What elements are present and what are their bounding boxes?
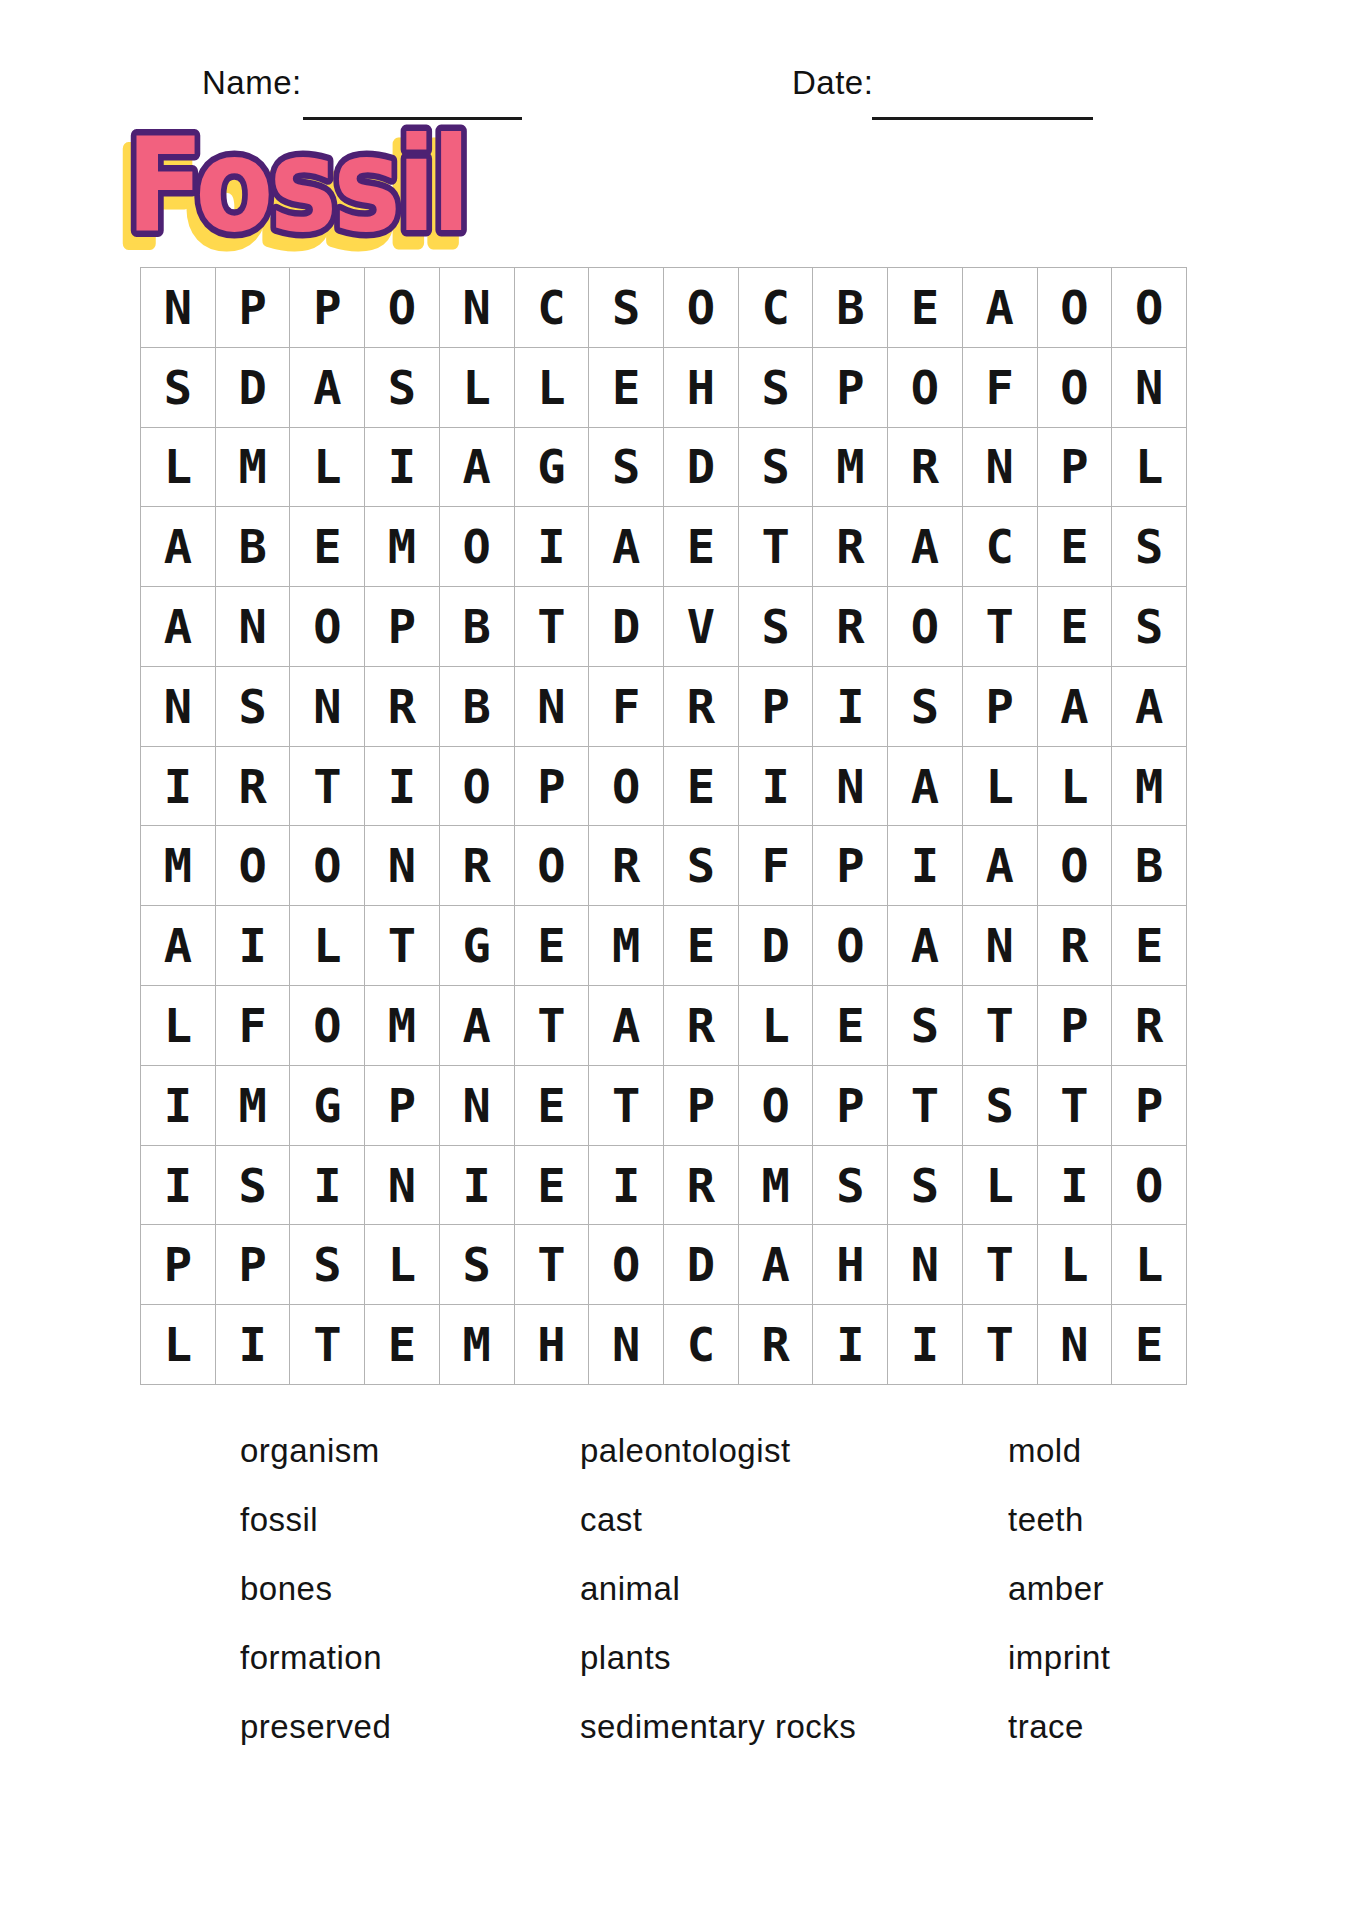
grid-cell-r6c14[interactable]: A <box>1112 667 1186 746</box>
grid-cell-r10c8[interactable]: R <box>664 986 738 1065</box>
word-item: sedimentary rocks <box>580 1692 856 1761</box>
grid-cell-r9c11[interactable]: A <box>888 906 962 985</box>
grid-cell-r7c14[interactable]: M <box>1112 747 1186 826</box>
grid-cell-r13c1[interactable]: P <box>141 1225 215 1304</box>
word-item: imprint <box>1008 1623 1111 1692</box>
grid-cell-r8c6[interactable]: O <box>515 826 589 905</box>
grid-cell-r8c2[interactable]: O <box>216 826 290 905</box>
grid-cell-r1c14[interactable]: O <box>1112 268 1186 347</box>
grid-cell-r2c2[interactable]: D <box>216 348 290 427</box>
grid-cell-r14c13[interactable]: N <box>1038 1305 1112 1384</box>
grid-cell-r10c9[interactable]: L <box>739 986 813 1065</box>
grid-cell-r3c10[interactable]: M <box>813 428 887 507</box>
grid-cell-r11c2[interactable]: M <box>216 1066 290 1145</box>
word-item: mold <box>1008 1416 1111 1485</box>
grid-cell-r12c4[interactable]: N <box>365 1146 439 1225</box>
grid-cell-r12c1[interactable]: I <box>141 1146 215 1225</box>
grid-cell-r7c4[interactable]: I <box>365 747 439 826</box>
word-item: organism <box>240 1416 391 1485</box>
grid-cell-r5c11[interactable]: O <box>888 587 962 666</box>
grid-cell-r9c6[interactable]: E <box>515 906 589 985</box>
grid-cell-r9c12[interactable]: N <box>963 906 1037 985</box>
grid-cell-r2c12[interactable]: F <box>963 348 1037 427</box>
grid-cell-r12c2[interactable]: S <box>216 1146 290 1225</box>
grid-cell-r6c7[interactable]: F <box>589 667 663 746</box>
grid-cell-r5c9[interactable]: S <box>739 587 813 666</box>
grid-cell-r5c7[interactable]: D <box>589 587 663 666</box>
grid-cell-r2c1[interactable]: S <box>141 348 215 427</box>
grid-cell-r7c10[interactable]: N <box>813 747 887 826</box>
grid-cell-r1c1[interactable]: N <box>141 268 215 347</box>
title-text: Fossil <box>126 118 466 261</box>
grid-cell-r6c9[interactable]: P <box>739 667 813 746</box>
grid-cell-r1c8[interactable]: O <box>664 268 738 347</box>
grid-cell-r12c11[interactable]: S <box>888 1146 962 1225</box>
grid-cell-r8c7[interactable]: R <box>589 826 663 905</box>
grid-cell-r2c3[interactable]: A <box>290 348 364 427</box>
grid-cell-r10c10[interactable]: E <box>813 986 887 1065</box>
word-item: paleontologist <box>580 1416 856 1485</box>
name-label: Name: <box>202 64 302 102</box>
word-list-column: organismfossilbonesformationpreserved <box>240 1416 391 1761</box>
grid-cell-r10c11[interactable]: S <box>888 986 962 1065</box>
grid-cell-r9c3[interactable]: L <box>290 906 364 985</box>
grid-cell-r13c2[interactable]: P <box>216 1225 290 1304</box>
grid-cell-r3c14[interactable]: L <box>1112 428 1186 507</box>
grid-cell-r14c12[interactable]: T <box>963 1305 1037 1384</box>
grid-cell-r1c11[interactable]: E <box>888 268 962 347</box>
grid-cell-r14c5[interactable]: M <box>440 1305 514 1384</box>
grid-cell-r12c10[interactable]: S <box>813 1146 887 1225</box>
grid-cell-r2c7[interactable]: E <box>589 348 663 427</box>
grid-cell-r3c4[interactable]: I <box>365 428 439 507</box>
grid-cell-r10c12[interactable]: T <box>963 986 1037 1065</box>
grid-cell-r3c9[interactable]: S <box>739 428 813 507</box>
grid-cell-r11c1[interactable]: I <box>141 1066 215 1145</box>
word-item: fossil <box>240 1485 391 1554</box>
grid-cell-r4c2[interactable]: B <box>216 507 290 586</box>
date-blank-line[interactable] <box>872 117 1093 120</box>
grid-cell-r3c3[interactable]: L <box>290 428 364 507</box>
grid-cell-r6c4[interactable]: R <box>365 667 439 746</box>
grid-cell-r12c14[interactable]: O <box>1112 1146 1186 1225</box>
grid-cell-r1c6[interactable]: C <box>515 268 589 347</box>
word-list-column: moldteethamberimprinttrace <box>1008 1416 1111 1761</box>
grid-cell-r13c5[interactable]: S <box>440 1225 514 1304</box>
grid-cell-r7c11[interactable]: A <box>888 747 962 826</box>
grid-cell-r14c8[interactable]: C <box>664 1305 738 1384</box>
grid-cell-r7c12[interactable]: L <box>963 747 1037 826</box>
grid-cell-r13c9[interactable]: A <box>739 1225 813 1304</box>
grid-cell-r7c7[interactable]: O <box>589 747 663 826</box>
grid-cell-r14c10[interactable]: I <box>813 1305 887 1384</box>
grid-cell-r4c12[interactable]: C <box>963 507 1037 586</box>
word-item: bones <box>240 1554 391 1623</box>
grid-cell-r5c3[interactable]: O <box>290 587 364 666</box>
word-item: preserved <box>240 1692 391 1761</box>
grid-cell-r7c3[interactable]: T <box>290 747 364 826</box>
grid-cell-r6c8[interactable]: R <box>664 667 738 746</box>
grid-cell-r12c3[interactable]: I <box>290 1146 364 1225</box>
grid-cell-r12c13[interactable]: I <box>1038 1146 1112 1225</box>
grid-cell-r6c11[interactable]: S <box>888 667 962 746</box>
grid-cell-r4c10[interactable]: R <box>813 507 887 586</box>
page-title: Fossil Fossil <box>110 118 510 283</box>
grid-cell-r8c12[interactable]: A <box>963 826 1037 905</box>
grid-cell-r6c13[interactable]: A <box>1038 667 1112 746</box>
grid-cell-r3c2[interactable]: M <box>216 428 290 507</box>
grid-cell-r10c7[interactable]: A <box>589 986 663 1065</box>
grid-cell-r5c4[interactable]: P <box>365 587 439 666</box>
grid-cell-r2c9[interactable]: S <box>739 348 813 427</box>
grid-cell-r3c7[interactable]: S <box>589 428 663 507</box>
grid-cell-r11c8[interactable]: P <box>664 1066 738 1145</box>
grid-cell-r2c13[interactable]: O <box>1038 348 1112 427</box>
grid-cell-r6c12[interactable]: P <box>963 667 1037 746</box>
grid-cell-r12c7[interactable]: I <box>589 1146 663 1225</box>
grid-cell-r5c1[interactable]: A <box>141 587 215 666</box>
grid-cell-r3c5[interactable]: A <box>440 428 514 507</box>
grid-cell-r12c12[interactable]: L <box>963 1146 1037 1225</box>
word-item: plants <box>580 1623 856 1692</box>
grid-cell-r8c8[interactable]: S <box>664 826 738 905</box>
grid-cell-r7c5[interactable]: O <box>440 747 514 826</box>
grid-cell-r1c13[interactable]: O <box>1038 268 1112 347</box>
grid-cell-r8c10[interactable]: P <box>813 826 887 905</box>
grid-cell-r7c2[interactable]: R <box>216 747 290 826</box>
grid-cell-r13c10[interactable]: H <box>813 1225 887 1304</box>
grid-cell-r2c6[interactable]: L <box>515 348 589 427</box>
grid-cell-r6c6[interactable]: N <box>515 667 589 746</box>
grid-cell-r11c7[interactable]: T <box>589 1066 663 1145</box>
grid-cell-r13c4[interactable]: L <box>365 1225 439 1304</box>
grid-cell-r13c14[interactable]: L <box>1112 1225 1186 1304</box>
grid-cell-r6c5[interactable]: B <box>440 667 514 746</box>
grid-cell-r2c10[interactable]: P <box>813 348 887 427</box>
word-item: formation <box>240 1623 391 1692</box>
grid-cell-r2c5[interactable]: L <box>440 348 514 427</box>
grid-cell-r5c12[interactable]: T <box>963 587 1037 666</box>
word-item: amber <box>1008 1554 1111 1623</box>
grid-cell-r3c13[interactable]: P <box>1038 428 1112 507</box>
grid-cell-r9c13[interactable]: R <box>1038 906 1112 985</box>
grid-cell-r13c3[interactable]: S <box>290 1225 364 1304</box>
grid-cell-r4c7[interactable]: A <box>589 507 663 586</box>
grid-cell-r1c2[interactable]: P <box>216 268 290 347</box>
grid-cell-r11c9[interactable]: O <box>739 1066 813 1145</box>
grid-cell-r8c11[interactable]: I <box>888 826 962 905</box>
grid-cell-r8c13[interactable]: O <box>1038 826 1112 905</box>
grid-cell-r4c4[interactable]: M <box>365 507 439 586</box>
grid-cell-r14c9[interactable]: R <box>739 1305 813 1384</box>
grid-cell-r1c10[interactable]: B <box>813 268 887 347</box>
grid-cell-r1c12[interactable]: A <box>963 268 1037 347</box>
grid-cell-r9c10[interactable]: O <box>813 906 887 985</box>
word-list-column: paleontologistcastanimalplantssedimentar… <box>580 1416 856 1761</box>
grid-cell-r1c4[interactable]: O <box>365 268 439 347</box>
grid-cell-r10c1[interactable]: L <box>141 986 215 1065</box>
grid-cell-r6c10[interactable]: I <box>813 667 887 746</box>
grid-cell-r5c5[interactable]: B <box>440 587 514 666</box>
grid-cell-r11c6[interactable]: E <box>515 1066 589 1145</box>
grid-cell-r2c4[interactable]: S <box>365 348 439 427</box>
grid-cell-r1c9[interactable]: C <box>739 268 813 347</box>
grid-cell-r13c7[interactable]: O <box>589 1225 663 1304</box>
word-item: teeth <box>1008 1485 1111 1554</box>
grid-cell-r5c14[interactable]: S <box>1112 587 1186 666</box>
grid-cell-r8c14[interactable]: B <box>1112 826 1186 905</box>
grid-cell-r6c1[interactable]: N <box>141 667 215 746</box>
grid-cell-r11c3[interactable]: G <box>290 1066 364 1145</box>
grid-cell-r1c5[interactable]: N <box>440 268 514 347</box>
grid-cell-r2c11[interactable]: O <box>888 348 962 427</box>
grid-cell-r7c8[interactable]: E <box>664 747 738 826</box>
grid-cell-r13c8[interactable]: D <box>664 1225 738 1304</box>
word-item: animal <box>580 1554 856 1623</box>
grid-cell-r13c6[interactable]: T <box>515 1225 589 1304</box>
grid-cell-r14c7[interactable]: N <box>589 1305 663 1384</box>
grid-cell-r8c3[interactable]: O <box>290 826 364 905</box>
grid-cell-r4c3[interactable]: E <box>290 507 364 586</box>
grid-cell-r3c12[interactable]: N <box>963 428 1037 507</box>
grid-cell-r4c5[interactable]: O <box>440 507 514 586</box>
grid-cell-r10c14[interactable]: R <box>1112 986 1186 1065</box>
grid-cell-r7c13[interactable]: L <box>1038 747 1112 826</box>
worksheet-page: { "game": "word-search", "title": "Fossi… <box>0 0 1358 1920</box>
grid-cell-r4c6[interactable]: I <box>515 507 589 586</box>
grid-cell-r2c14[interactable]: N <box>1112 348 1186 427</box>
grid-cell-r3c1[interactable]: L <box>141 428 215 507</box>
grid-cell-r5c13[interactable]: E <box>1038 587 1112 666</box>
grid-cell-r10c4[interactable]: M <box>365 986 439 1065</box>
grid-cell-r14c11[interactable]: I <box>888 1305 962 1384</box>
grid-cell-r4c13[interactable]: E <box>1038 507 1112 586</box>
grid-cell-r8c4[interactable]: N <box>365 826 439 905</box>
grid-cell-r14c4[interactable]: E <box>365 1305 439 1384</box>
grid-cell-r8c1[interactable]: M <box>141 826 215 905</box>
grid-cell-r12c8[interactable]: R <box>664 1146 738 1225</box>
grid-cell-r8c5[interactable]: R <box>440 826 514 905</box>
grid-cell-r9c2[interactable]: I <box>216 906 290 985</box>
grid-cell-r12c5[interactable]: I <box>440 1146 514 1225</box>
grid-cell-r10c6[interactable]: T <box>515 986 589 1065</box>
grid-cell-r13c11[interactable]: N <box>888 1225 962 1304</box>
grid-cell-r11c10[interactable]: P <box>813 1066 887 1145</box>
grid-cell-r14c1[interactable]: L <box>141 1305 215 1384</box>
grid-cell-r7c9[interactable]: I <box>739 747 813 826</box>
grid-cell-r12c9[interactable]: M <box>739 1146 813 1225</box>
grid-cell-r11c4[interactable]: P <box>365 1066 439 1145</box>
grid-cell-r8c9[interactable]: F <box>739 826 813 905</box>
grid-cell-r9c1[interactable]: A <box>141 906 215 985</box>
word-search-grid: NPPONCSOCBEAOOSDASLLEHSPOFONLMLIAGSDSMRN… <box>140 267 1187 1385</box>
grid-cell-r14c2[interactable]: I <box>216 1305 290 1384</box>
grid-cell-r14c3[interactable]: T <box>290 1305 364 1384</box>
grid-cell-r13c12[interactable]: T <box>963 1225 1037 1304</box>
grid-cell-r10c13[interactable]: P <box>1038 986 1112 1065</box>
grid-cell-r10c3[interactable]: O <box>290 986 364 1065</box>
grid-cell-r6c3[interactable]: N <box>290 667 364 746</box>
grid-cell-r12c6[interactable]: E <box>515 1146 589 1225</box>
grid-cell-r4c9[interactable]: T <box>739 507 813 586</box>
grid-cell-r11c12[interactable]: S <box>963 1066 1037 1145</box>
grid-cell-r4c8[interactable]: E <box>664 507 738 586</box>
grid-cell-r4c14[interactable]: S <box>1112 507 1186 586</box>
grid-cell-r11c11[interactable]: T <box>888 1066 962 1145</box>
grid-cell-r11c13[interactable]: T <box>1038 1066 1112 1145</box>
grid-cell-r4c1[interactable]: A <box>141 507 215 586</box>
grid-cell-r5c10[interactable]: R <box>813 587 887 666</box>
grid-cell-r9c4[interactable]: T <box>365 906 439 985</box>
grid-cell-r9c8[interactable]: E <box>664 906 738 985</box>
grid-cell-r7c1[interactable]: I <box>141 747 215 826</box>
grid-cell-r5c2[interactable]: N <box>216 587 290 666</box>
grid-cell-r11c5[interactable]: N <box>440 1066 514 1145</box>
grid-cell-r1c3[interactable]: P <box>290 268 364 347</box>
grid-cell-r4c11[interactable]: A <box>888 507 962 586</box>
grid-cell-r9c9[interactable]: D <box>739 906 813 985</box>
grid-cell-r5c8[interactable]: V <box>664 587 738 666</box>
grid-cell-r14c6[interactable]: H <box>515 1305 589 1384</box>
grid-cell-r5c6[interactable]: T <box>515 587 589 666</box>
grid-cell-r6c2[interactable]: S <box>216 667 290 746</box>
word-item: cast <box>580 1485 856 1554</box>
grid-cell-r11c14[interactable]: P <box>1112 1066 1186 1145</box>
word-item: trace <box>1008 1692 1111 1761</box>
grid-cell-r3c6[interactable]: G <box>515 428 589 507</box>
grid-cell-r9c5[interactable]: G <box>440 906 514 985</box>
grid-cell-r9c7[interactable]: M <box>589 906 663 985</box>
grid-cell-r9c14[interactable]: E <box>1112 906 1186 985</box>
grid-cell-r13c13[interactable]: L <box>1038 1225 1112 1304</box>
grid-cell-r10c2[interactable]: F <box>216 986 290 1065</box>
grid-cell-r3c8[interactable]: D <box>664 428 738 507</box>
grid-cell-r3c11[interactable]: R <box>888 428 962 507</box>
grid-cell-r7c6[interactable]: P <box>515 747 589 826</box>
grid-cell-r10c5[interactable]: A <box>440 986 514 1065</box>
grid-cell-r1c7[interactable]: S <box>589 268 663 347</box>
grid-cell-r2c8[interactable]: H <box>664 348 738 427</box>
date-label: Date: <box>792 64 873 102</box>
grid-cell-r14c14[interactable]: E <box>1112 1305 1186 1384</box>
